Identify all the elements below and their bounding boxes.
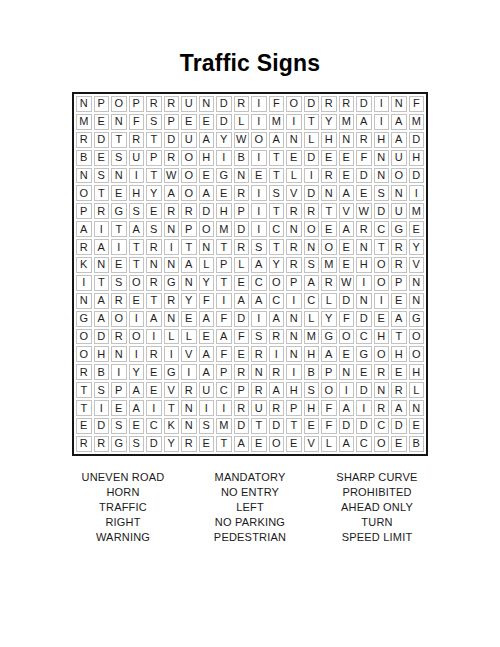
grid-cell[interactable]: H bbox=[374, 329, 390, 345]
grid-cell[interactable]: I bbox=[111, 239, 127, 255]
grid-cell[interactable]: A bbox=[94, 293, 110, 309]
grid-cell[interactable]: D bbox=[164, 132, 180, 148]
grid-cell[interactable]: R bbox=[391, 382, 407, 398]
grid-cell[interactable]: S bbox=[111, 150, 127, 166]
grid-cell[interactable]: N bbox=[374, 150, 390, 166]
grid-cell[interactable]: T bbox=[216, 239, 232, 255]
grid-cell[interactable]: M bbox=[339, 114, 355, 130]
grid-cell[interactable]: C bbox=[356, 329, 372, 345]
grid-cell[interactable]: O bbox=[251, 132, 267, 148]
grid-cell[interactable]: A bbox=[234, 293, 250, 309]
grid-cell[interactable]: Y bbox=[199, 275, 215, 291]
grid-cell[interactable]: A bbox=[391, 114, 407, 130]
grid-cell[interactable]: O bbox=[76, 346, 92, 362]
grid-cell[interactable]: O bbox=[409, 346, 425, 362]
grid-cell[interactable]: E bbox=[111, 400, 127, 416]
grid-cell[interactable]: N bbox=[111, 114, 127, 130]
grid-cell[interactable]: D bbox=[234, 221, 250, 237]
grid-cell[interactable]: I bbox=[251, 221, 267, 237]
grid-cell[interactable]: C bbox=[269, 293, 285, 309]
grid-cell[interactable]: S bbox=[269, 185, 285, 201]
grid-cell[interactable]: I bbox=[251, 185, 267, 201]
grid-cell[interactable]: Y bbox=[409, 239, 425, 255]
grid-cell[interactable]: E bbox=[409, 221, 425, 237]
grid-cell[interactable]: G bbox=[164, 275, 180, 291]
grid-cell[interactable]: T bbox=[76, 400, 92, 416]
grid-cell[interactable]: F bbox=[409, 96, 425, 112]
grid-cell[interactable]: T bbox=[374, 239, 390, 255]
grid-cell[interactable]: E bbox=[129, 418, 145, 434]
grid-cell[interactable]: C bbox=[374, 418, 390, 434]
grid-cell[interactable]: N bbox=[339, 132, 355, 148]
grid-cell[interactable]: M bbox=[216, 418, 232, 434]
grid-cell[interactable]: N bbox=[321, 185, 337, 201]
grid-cell[interactable]: E bbox=[146, 364, 162, 380]
grid-cell[interactable]: D bbox=[391, 418, 407, 434]
grid-cell[interactable]: I bbox=[216, 293, 232, 309]
grid-cell[interactable]: O bbox=[181, 168, 197, 184]
grid-cell[interactable]: S bbox=[146, 114, 162, 130]
grid-cell[interactable]: M bbox=[409, 114, 425, 130]
grid-cell[interactable]: S bbox=[199, 418, 215, 434]
grid-cell[interactable]: B bbox=[409, 436, 425, 452]
grid-cell[interactable]: E bbox=[181, 114, 197, 130]
grid-cell[interactable]: I bbox=[111, 364, 127, 380]
grid-cell[interactable]: N bbox=[409, 400, 425, 416]
grid-cell[interactable]: Y bbox=[321, 311, 337, 327]
grid-cell[interactable]: A bbox=[269, 382, 285, 398]
grid-cell[interactable]: Y bbox=[181, 293, 197, 309]
grid-cell[interactable]: D bbox=[94, 132, 110, 148]
grid-cell[interactable]: O bbox=[304, 221, 320, 237]
grid-cell[interactable]: F bbox=[216, 346, 232, 362]
grid-cell[interactable]: N bbox=[374, 168, 390, 184]
grid-cell[interactable]: W bbox=[164, 168, 180, 184]
grid-cell[interactable]: S bbox=[129, 203, 145, 219]
grid-cell[interactable]: N bbox=[286, 329, 302, 345]
grid-cell[interactable]: I bbox=[269, 346, 285, 362]
grid-cell[interactable]: A bbox=[339, 400, 355, 416]
grid-cell[interactable]: D bbox=[146, 436, 162, 452]
grid-cell[interactable]: N bbox=[286, 132, 302, 148]
grid-cell[interactable]: R bbox=[164, 150, 180, 166]
grid-cell[interactable]: E bbox=[111, 185, 127, 201]
grid-cell[interactable]: F bbox=[216, 311, 232, 327]
grid-cell[interactable]: R bbox=[146, 239, 162, 255]
grid-cell[interactable]: I bbox=[216, 400, 232, 416]
grid-cell[interactable]: I bbox=[374, 293, 390, 309]
grid-cell[interactable]: P bbox=[234, 382, 250, 398]
grid-cell[interactable]: H bbox=[409, 364, 425, 380]
grid-cell[interactable]: I bbox=[356, 275, 372, 291]
grid-cell[interactable]: N bbox=[339, 364, 355, 380]
grid-cell[interactable]: R bbox=[391, 257, 407, 273]
grid-cell[interactable]: T bbox=[146, 132, 162, 148]
grid-cell[interactable]: M bbox=[216, 221, 232, 237]
grid-cell[interactable]: P bbox=[94, 96, 110, 112]
grid-cell[interactable]: I bbox=[286, 114, 302, 130]
grid-cell[interactable]: S bbox=[374, 185, 390, 201]
grid-cell[interactable]: E bbox=[339, 346, 355, 362]
grid-cell[interactable]: U bbox=[391, 203, 407, 219]
grid-cell[interactable]: D bbox=[356, 96, 372, 112]
grid-cell[interactable]: O bbox=[374, 346, 390, 362]
grid-cell[interactable]: P bbox=[76, 203, 92, 219]
grid-cell[interactable]: O bbox=[181, 185, 197, 201]
grid-cell[interactable]: E bbox=[339, 150, 355, 166]
grid-cell[interactable]: M bbox=[269, 114, 285, 130]
grid-cell[interactable]: P bbox=[129, 96, 145, 112]
grid-cell[interactable]: H bbox=[304, 346, 320, 362]
grid-cell[interactable]: S bbox=[129, 436, 145, 452]
grid-cell[interactable]: U bbox=[181, 132, 197, 148]
grid-cell[interactable]: N bbox=[391, 185, 407, 201]
grid-cell[interactable]: R bbox=[374, 364, 390, 380]
grid-cell[interactable]: P bbox=[286, 275, 302, 291]
grid-cell[interactable]: U bbox=[391, 150, 407, 166]
grid-cell[interactable]: D bbox=[199, 203, 215, 219]
grid-cell[interactable]: G bbox=[76, 311, 92, 327]
grid-cell[interactable]: N bbox=[286, 346, 302, 362]
grid-cell[interactable]: Y bbox=[269, 257, 285, 273]
grid-cell[interactable]: E bbox=[199, 329, 215, 345]
grid-cell[interactable]: I bbox=[339, 382, 355, 398]
grid-cell[interactable]: D bbox=[94, 418, 110, 434]
grid-cell[interactable]: R bbox=[269, 329, 285, 345]
grid-cell[interactable]: I bbox=[94, 221, 110, 237]
grid-cell[interactable]: O bbox=[199, 221, 215, 237]
grid-cell[interactable]: E bbox=[199, 436, 215, 452]
grid-cell[interactable]: I bbox=[129, 311, 145, 327]
grid-cell[interactable]: R bbox=[321, 275, 337, 291]
grid-cell[interactable]: A bbox=[199, 185, 215, 201]
grid-cell[interactable]: N bbox=[164, 311, 180, 327]
grid-cell[interactable]: W bbox=[356, 203, 372, 219]
grid-cell[interactable]: V bbox=[339, 203, 355, 219]
grid-cell[interactable]: H bbox=[391, 346, 407, 362]
grid-cell[interactable]: D bbox=[374, 203, 390, 219]
grid-cell[interactable]: V bbox=[304, 436, 320, 452]
grid-cell[interactable]: E bbox=[391, 364, 407, 380]
grid-cell[interactable]: R bbox=[94, 436, 110, 452]
grid-cell[interactable]: A bbox=[269, 311, 285, 327]
grid-cell[interactable]: R bbox=[356, 221, 372, 237]
grid-cell[interactable]: H bbox=[286, 382, 302, 398]
grid-cell[interactable]: I bbox=[76, 275, 92, 291]
grid-cell[interactable]: R bbox=[234, 185, 250, 201]
grid-cell[interactable]: H bbox=[356, 257, 372, 273]
grid-cell[interactable]: N bbox=[164, 221, 180, 237]
grid-cell[interactable]: E bbox=[251, 168, 267, 184]
grid-cell[interactable]: V bbox=[409, 257, 425, 273]
grid-cell[interactable]: I bbox=[251, 96, 267, 112]
grid-cell[interactable]: R bbox=[181, 203, 197, 219]
grid-cell[interactable]: D bbox=[356, 168, 372, 184]
grid-cell[interactable]: I bbox=[286, 293, 302, 309]
grid-cell[interactable]: N bbox=[111, 168, 127, 184]
grid-cell[interactable]: E bbox=[286, 436, 302, 452]
grid-cell[interactable]: N bbox=[374, 382, 390, 398]
grid-cell[interactable]: A bbox=[76, 221, 92, 237]
grid-cell[interactable]: O bbox=[286, 96, 302, 112]
grid-cell[interactable]: I bbox=[251, 203, 267, 219]
grid-cell[interactable]: N bbox=[181, 275, 197, 291]
grid-cell[interactable]: T bbox=[216, 436, 232, 452]
grid-cell[interactable]: I bbox=[216, 150, 232, 166]
grid-cell[interactable]: W bbox=[234, 132, 250, 148]
grid-cell[interactable]: R bbox=[76, 239, 92, 255]
grid-cell[interactable]: U bbox=[251, 400, 267, 416]
grid-cell[interactable]: D bbox=[356, 418, 372, 434]
grid-cell[interactable]: R bbox=[286, 257, 302, 273]
grid-cell[interactable]: E bbox=[409, 418, 425, 434]
grid-cell[interactable]: H bbox=[199, 150, 215, 166]
grid-cell[interactable]: H bbox=[409, 150, 425, 166]
grid-cell[interactable]: N bbox=[286, 311, 302, 327]
grid-cell[interactable]: E bbox=[304, 418, 320, 434]
grid-cell[interactable]: R bbox=[321, 96, 337, 112]
grid-cell[interactable]: I bbox=[129, 346, 145, 362]
grid-cell[interactable]: N bbox=[181, 400, 197, 416]
grid-cell[interactable]: R bbox=[234, 364, 250, 380]
grid-cell[interactable]: N bbox=[146, 257, 162, 273]
grid-cell[interactable]: N bbox=[409, 293, 425, 309]
grid-cell[interactable]: A bbox=[181, 257, 197, 273]
grid-cell[interactable]: T bbox=[111, 221, 127, 237]
grid-cell[interactable]: R bbox=[374, 400, 390, 416]
grid-cell[interactable]: A bbox=[199, 132, 215, 148]
grid-cell[interactable]: P bbox=[216, 364, 232, 380]
grid-cell[interactable]: E bbox=[321, 221, 337, 237]
grid-cell[interactable]: D bbox=[216, 114, 232, 130]
grid-cell[interactable]: O bbox=[391, 168, 407, 184]
grid-cell[interactable]: R bbox=[111, 293, 127, 309]
grid-cell[interactable]: R bbox=[269, 400, 285, 416]
grid-cell[interactable]: R bbox=[181, 382, 197, 398]
grid-cell[interactable]: E bbox=[129, 293, 145, 309]
grid-cell[interactable]: R bbox=[76, 364, 92, 380]
grid-cell[interactable]: T bbox=[269, 168, 285, 184]
grid-cell[interactable]: O bbox=[321, 382, 337, 398]
grid-cell[interactable]: T bbox=[391, 329, 407, 345]
grid-cell[interactable]: R bbox=[251, 346, 267, 362]
grid-cell[interactable]: F bbox=[199, 293, 215, 309]
grid-cell[interactable]: A bbox=[199, 364, 215, 380]
grid-cell[interactable]: G bbox=[391, 221, 407, 237]
grid-cell[interactable]: H bbox=[321, 132, 337, 148]
grid-cell[interactable]: A bbox=[129, 400, 145, 416]
grid-cell[interactable]: A bbox=[304, 275, 320, 291]
grid-cell[interactable]: H bbox=[374, 132, 390, 148]
grid-cell[interactable]: T bbox=[111, 132, 127, 148]
grid-cell[interactable]: B bbox=[94, 364, 110, 380]
grid-cell[interactable]: O bbox=[269, 275, 285, 291]
grid-cell[interactable]: F bbox=[356, 150, 372, 166]
grid-cell[interactable]: G bbox=[164, 364, 180, 380]
grid-cell[interactable]: E bbox=[339, 168, 355, 184]
grid-cell[interactable]: R bbox=[164, 293, 180, 309]
grid-cell[interactable]: P bbox=[321, 364, 337, 380]
grid-cell[interactable]: S bbox=[94, 168, 110, 184]
grid-cell[interactable]: P bbox=[111, 382, 127, 398]
grid-cell[interactable]: O bbox=[111, 96, 127, 112]
grid-cell[interactable]: E bbox=[391, 293, 407, 309]
grid-cell[interactable]: T bbox=[76, 382, 92, 398]
grid-cell[interactable]: D bbox=[304, 96, 320, 112]
grid-cell[interactable]: S bbox=[304, 382, 320, 398]
grid-cell[interactable]: K bbox=[76, 257, 92, 273]
grid-cell[interactable]: H bbox=[94, 346, 110, 362]
grid-cell[interactable]: U bbox=[181, 96, 197, 112]
grid-cell[interactable]: K bbox=[164, 418, 180, 434]
grid-cell[interactable]: N bbox=[251, 364, 267, 380]
grid-cell[interactable]: O bbox=[129, 275, 145, 291]
grid-cell[interactable]: R bbox=[111, 329, 127, 345]
grid-cell[interactable]: C bbox=[251, 275, 267, 291]
grid-cell[interactable]: T bbox=[94, 185, 110, 201]
grid-cell[interactable]: A bbox=[269, 132, 285, 148]
grid-cell[interactable]: R bbox=[146, 275, 162, 291]
grid-cell[interactable]: A bbox=[391, 400, 407, 416]
grid-cell[interactable]: F bbox=[234, 329, 250, 345]
grid-cell[interactable]: L bbox=[409, 382, 425, 398]
grid-cell[interactable]: E bbox=[374, 311, 390, 327]
grid-cell[interactable]: I bbox=[251, 311, 267, 327]
grid-cell[interactable]: Y bbox=[216, 132, 232, 148]
grid-cell[interactable]: Y bbox=[164, 436, 180, 452]
grid-cell[interactable]: A bbox=[391, 311, 407, 327]
grid-cell[interactable]: Y bbox=[146, 185, 162, 201]
grid-cell[interactable]: R bbox=[76, 436, 92, 452]
grid-cell[interactable]: G bbox=[321, 329, 337, 345]
grid-cell[interactable]: H bbox=[216, 203, 232, 219]
grid-cell[interactable]: R bbox=[94, 203, 110, 219]
grid-cell[interactable]: F bbox=[339, 311, 355, 327]
grid-cell[interactable]: P bbox=[181, 221, 197, 237]
grid-cell[interactable]: L bbox=[321, 293, 337, 309]
grid-cell[interactable]: E bbox=[199, 168, 215, 184]
grid-cell[interactable]: A bbox=[129, 382, 145, 398]
grid-cell[interactable]: E bbox=[234, 275, 250, 291]
grid-cell[interactable]: O bbox=[76, 329, 92, 345]
grid-cell[interactable]: N bbox=[76, 293, 92, 309]
grid-cell[interactable]: I bbox=[164, 239, 180, 255]
grid-cell[interactable]: E bbox=[94, 114, 110, 130]
grid-cell[interactable]: I bbox=[199, 400, 215, 416]
grid-cell[interactable]: S bbox=[304, 257, 320, 273]
grid-cell[interactable]: S bbox=[251, 329, 267, 345]
grid-cell[interactable]: N bbox=[164, 257, 180, 273]
grid-cell[interactable]: W bbox=[339, 275, 355, 291]
grid-cell[interactable]: T bbox=[321, 203, 337, 219]
grid-cell[interactable]: E bbox=[216, 185, 232, 201]
grid-cell[interactable]: G bbox=[111, 436, 127, 452]
grid-cell[interactable]: T bbox=[269, 150, 285, 166]
grid-cell[interactable]: O bbox=[374, 275, 390, 291]
grid-cell[interactable]: O bbox=[339, 329, 355, 345]
grid-cell[interactable]: O bbox=[374, 257, 390, 273]
grid-cell[interactable]: S bbox=[251, 239, 267, 255]
grid-cell[interactable]: N bbox=[234, 168, 250, 184]
grid-cell[interactable]: R bbox=[181, 436, 197, 452]
grid-cell[interactable]: E bbox=[94, 150, 110, 166]
grid-cell[interactable]: R bbox=[339, 96, 355, 112]
grid-cell[interactable]: S bbox=[111, 275, 127, 291]
grid-cell[interactable]: T bbox=[129, 257, 145, 273]
grid-cell[interactable]: O bbox=[321, 239, 337, 255]
grid-cell[interactable]: P bbox=[391, 275, 407, 291]
grid-cell[interactable]: R bbox=[234, 96, 250, 112]
grid-cell[interactable]: D bbox=[234, 311, 250, 327]
grid-cell[interactable]: E bbox=[181, 311, 197, 327]
grid-cell[interactable]: E bbox=[111, 257, 127, 273]
grid-cell[interactable]: P bbox=[286, 400, 302, 416]
grid-cell[interactable]: Y bbox=[129, 364, 145, 380]
grid-cell[interactable]: O bbox=[76, 185, 92, 201]
grid-cell[interactable]: O bbox=[181, 150, 197, 166]
grid-cell[interactable]: P bbox=[234, 203, 250, 219]
grid-cell[interactable]: A bbox=[164, 185, 180, 201]
grid-cell[interactable]: D bbox=[409, 132, 425, 148]
grid-cell[interactable]: E bbox=[146, 203, 162, 219]
grid-cell[interactable]: D bbox=[409, 168, 425, 184]
grid-cell[interactable]: E bbox=[339, 239, 355, 255]
grid-cell[interactable]: I bbox=[304, 168, 320, 184]
grid-cell[interactable]: A bbox=[199, 311, 215, 327]
grid-cell[interactable]: M bbox=[409, 203, 425, 219]
grid-cell[interactable]: G bbox=[409, 311, 425, 327]
grid-cell[interactable]: L bbox=[321, 436, 337, 452]
grid-cell[interactable]: A bbox=[216, 329, 232, 345]
grid-cell[interactable]: R bbox=[146, 346, 162, 362]
grid-cell[interactable]: A bbox=[321, 346, 337, 362]
grid-cell[interactable]: A bbox=[234, 436, 250, 452]
grid-cell[interactable]: E bbox=[356, 364, 372, 380]
grid-cell[interactable]: L bbox=[199, 257, 215, 273]
grid-cell[interactable]: N bbox=[356, 239, 372, 255]
grid-cell[interactable]: R bbox=[76, 132, 92, 148]
grid-cell[interactable]: T bbox=[269, 239, 285, 255]
grid-cell[interactable]: I bbox=[146, 329, 162, 345]
grid-cell[interactable]: D bbox=[269, 418, 285, 434]
grid-cell[interactable]: G bbox=[111, 203, 127, 219]
grid-cell[interactable]: E bbox=[76, 418, 92, 434]
grid-cell[interactable]: L bbox=[304, 311, 320, 327]
grid-cell[interactable]: N bbox=[111, 346, 127, 362]
grid-cell[interactable]: R bbox=[321, 168, 337, 184]
grid-cell[interactable]: V bbox=[286, 185, 302, 201]
grid-cell[interactable]: A bbox=[339, 221, 355, 237]
grid-cell[interactable]: R bbox=[234, 239, 250, 255]
grid-cell[interactable]: T bbox=[146, 168, 162, 184]
grid-cell[interactable]: O bbox=[374, 436, 390, 452]
grid-cell[interactable]: I bbox=[146, 400, 162, 416]
grid-cell[interactable]: I bbox=[286, 364, 302, 380]
grid-cell[interactable]: C bbox=[146, 418, 162, 434]
grid-cell[interactable]: R bbox=[286, 239, 302, 255]
grid-cell[interactable]: D bbox=[94, 329, 110, 345]
grid-cell[interactable]: N bbox=[409, 275, 425, 291]
grid-cell[interactable]: P bbox=[164, 114, 180, 130]
grid-cell[interactable]: T bbox=[251, 418, 267, 434]
grid-cell[interactable]: U bbox=[129, 150, 145, 166]
grid-cell[interactable]: L bbox=[286, 168, 302, 184]
grid-cell[interactable]: F bbox=[321, 400, 337, 416]
grid-cell[interactable]: I bbox=[251, 114, 267, 130]
grid-cell[interactable]: R bbox=[129, 132, 145, 148]
grid-cell[interactable]: S bbox=[111, 418, 127, 434]
grid-cell[interactable]: H bbox=[304, 400, 320, 416]
